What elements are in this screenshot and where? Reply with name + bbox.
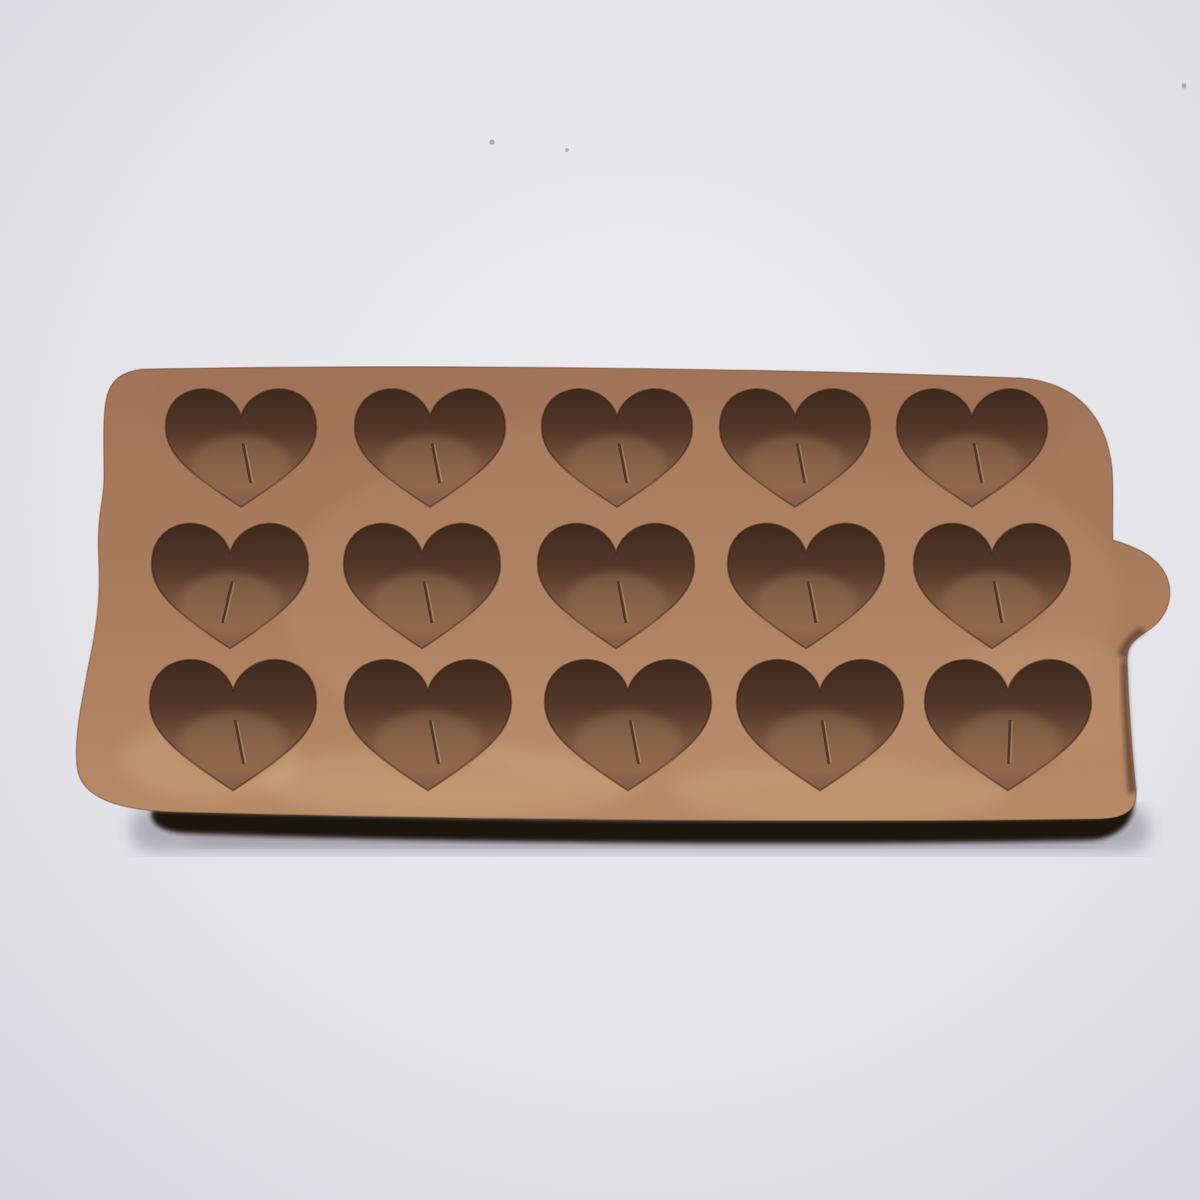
demold-slit-mark xyxy=(1008,720,1010,764)
dust-speck xyxy=(489,139,494,144)
dust-speck xyxy=(1182,84,1187,89)
chocolate-mold-photo xyxy=(0,0,1200,1200)
heart-cavity-grid xyxy=(150,389,1091,790)
photo-stage xyxy=(0,0,1200,1200)
dust-speck xyxy=(565,148,569,152)
